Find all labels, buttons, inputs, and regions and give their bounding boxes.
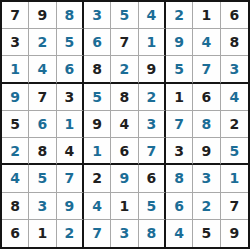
cell-r4c4[interactable]: 5	[84, 84, 111, 111]
cell-r8c1[interactable]: 8	[2, 193, 29, 220]
cell-r9c5[interactable]: 3	[111, 220, 138, 247]
cell-r4c6[interactable]: 2	[139, 84, 166, 111]
cell-r7c5[interactable]: 9	[111, 165, 138, 192]
cell-r2c5[interactable]: 7	[111, 29, 138, 56]
cell-r8c7[interactable]: 6	[166, 193, 193, 220]
cell-r3c4[interactable]: 8	[84, 56, 111, 83]
cell-r5c4[interactable]: 9	[84, 111, 111, 138]
cell-r1c9[interactable]: 6	[221, 2, 248, 29]
cell-r1c6[interactable]: 4	[139, 2, 166, 29]
cell-r2c8[interactable]: 4	[193, 29, 220, 56]
cell-r9c8[interactable]: 5	[193, 220, 220, 247]
cell-r8c4[interactable]: 4	[84, 193, 111, 220]
cell-r7c6[interactable]: 6	[139, 165, 166, 192]
cell-r6c4[interactable]: 1	[84, 138, 111, 165]
cell-r8c6[interactable]: 5	[139, 193, 166, 220]
cell-r9c4[interactable]: 7	[84, 220, 111, 247]
cell-r5c2[interactable]: 6	[29, 111, 56, 138]
cell-r1c8[interactable]: 1	[193, 2, 220, 29]
cell-r4c2[interactable]: 7	[29, 84, 56, 111]
cell-r3c6[interactable]: 9	[139, 56, 166, 83]
cell-r1c1[interactable]: 7	[2, 2, 29, 29]
cell-r1c5[interactable]: 5	[111, 2, 138, 29]
cell-r9c6[interactable]: 8	[139, 220, 166, 247]
cell-r4c7[interactable]: 1	[166, 84, 193, 111]
cell-r6c8[interactable]: 9	[193, 138, 220, 165]
cell-r5c6[interactable]: 3	[139, 111, 166, 138]
cell-r3c8[interactable]: 7	[193, 56, 220, 83]
cell-r6c7[interactable]: 3	[166, 138, 193, 165]
cell-r8c2[interactable]: 3	[29, 193, 56, 220]
cell-r9c2[interactable]: 1	[29, 220, 56, 247]
cell-r8c5[interactable]: 1	[111, 193, 138, 220]
cell-r3c1[interactable]: 1	[2, 56, 29, 83]
cell-r5c3[interactable]: 1	[57, 111, 84, 138]
cell-r9c3[interactable]: 2	[57, 220, 84, 247]
cell-r7c7[interactable]: 8	[166, 165, 193, 192]
cell-r6c3[interactable]: 4	[57, 138, 84, 165]
cell-r2c4[interactable]: 6	[84, 29, 111, 56]
cell-r4c3[interactable]: 3	[57, 84, 84, 111]
cell-r7c8[interactable]: 3	[193, 165, 220, 192]
cell-r4c8[interactable]: 6	[193, 84, 220, 111]
cell-r9c1[interactable]: 6	[2, 220, 29, 247]
cell-r1c7[interactable]: 2	[166, 2, 193, 29]
cell-r6c1[interactable]: 2	[2, 138, 29, 165]
cell-r8c9[interactable]: 7	[221, 193, 248, 220]
cell-r4c9[interactable]: 4	[221, 84, 248, 111]
cell-r7c9[interactable]: 1	[221, 165, 248, 192]
cell-r8c3[interactable]: 9	[57, 193, 84, 220]
cell-r5c8[interactable]: 8	[193, 111, 220, 138]
cell-r7c3[interactable]: 7	[57, 165, 84, 192]
cell-r2c9[interactable]: 8	[221, 29, 248, 56]
cell-r2c7[interactable]: 9	[166, 29, 193, 56]
sudoku-board: 7983542163256719481468295739735821645619…	[0, 0, 250, 249]
cell-r9c9[interactable]: 9	[221, 220, 248, 247]
cell-r5c7[interactable]: 7	[166, 111, 193, 138]
cell-r2c6[interactable]: 1	[139, 29, 166, 56]
cell-r5c1[interactable]: 5	[2, 111, 29, 138]
cell-r5c9[interactable]: 2	[221, 111, 248, 138]
cell-r3c3[interactable]: 6	[57, 56, 84, 83]
cell-r2c3[interactable]: 5	[57, 29, 84, 56]
cell-r4c5[interactable]: 8	[111, 84, 138, 111]
cell-r7c1[interactable]: 4	[2, 165, 29, 192]
cell-r7c4[interactable]: 2	[84, 165, 111, 192]
cell-r4c1[interactable]: 9	[2, 84, 29, 111]
cell-r3c7[interactable]: 5	[166, 56, 193, 83]
cell-r6c6[interactable]: 7	[139, 138, 166, 165]
cell-r6c2[interactable]: 8	[29, 138, 56, 165]
cell-r3c5[interactable]: 2	[111, 56, 138, 83]
cell-r8c8[interactable]: 2	[193, 193, 220, 220]
cell-r3c2[interactable]: 4	[29, 56, 56, 83]
cell-r3c9[interactable]: 3	[221, 56, 248, 83]
cell-r5c5[interactable]: 4	[111, 111, 138, 138]
cell-r2c2[interactable]: 2	[29, 29, 56, 56]
cell-r7c2[interactable]: 5	[29, 165, 56, 192]
cell-r6c9[interactable]: 5	[221, 138, 248, 165]
cell-r9c7[interactable]: 4	[166, 220, 193, 247]
cell-r2c1[interactable]: 3	[2, 29, 29, 56]
cell-r1c2[interactable]: 9	[29, 2, 56, 29]
cell-r6c5[interactable]: 6	[111, 138, 138, 165]
cell-r1c4[interactable]: 3	[84, 2, 111, 29]
cell-r1c3[interactable]: 8	[57, 2, 84, 29]
